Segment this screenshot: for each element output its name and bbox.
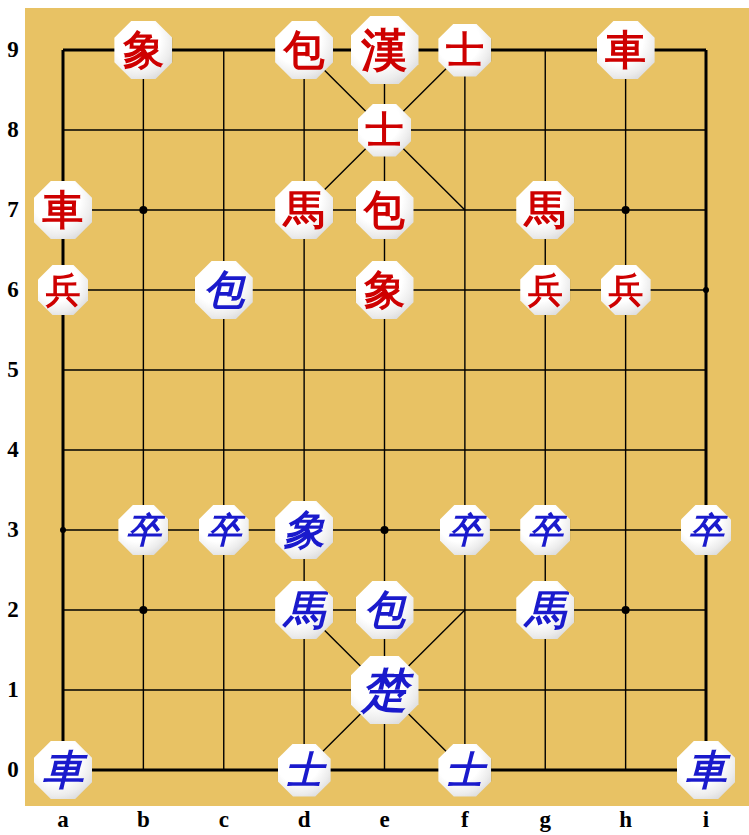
- rank-label-1: 1: [0, 677, 26, 703]
- piece-glyph: 車: [605, 30, 646, 71]
- piece-glyph: 兵: [528, 273, 563, 308]
- piece-red-cannon-d9[interactable]: 包: [275, 21, 333, 79]
- piece-blue-advisor-f0[interactable]: 士: [438, 744, 491, 797]
- piece-blue-pawn-f3[interactable]: 卒: [440, 505, 490, 555]
- rank-label-2: 2: [0, 597, 26, 623]
- piece-glyph: 象: [284, 510, 325, 551]
- file-label-b: b: [127, 806, 159, 834]
- piece-glyph: 馬: [525, 590, 566, 631]
- piece-glyph: 卒: [689, 513, 724, 548]
- file-label-c: c: [208, 806, 240, 834]
- piece-glyph: 士: [366, 111, 404, 149]
- piece-red-cannon-e7[interactable]: 包: [356, 181, 414, 239]
- piece-blue-pawn-b3[interactable]: 卒: [118, 505, 168, 555]
- piece-blue-chariot-a0[interactable]: 車: [34, 741, 92, 799]
- piece-red-pawn-h6[interactable]: 兵: [601, 265, 651, 315]
- rank-label-6: 6: [0, 277, 26, 303]
- piece-glyph: 漢: [362, 27, 408, 73]
- piece-red-chariot-a7[interactable]: 車: [34, 181, 92, 239]
- piece-blue-cannon-c6[interactable]: 包: [195, 261, 253, 319]
- piece-red-pawn-a6[interactable]: 兵: [38, 265, 88, 315]
- piece-red-pawn-g6[interactable]: 兵: [520, 265, 570, 315]
- piece-blue-king-e1[interactable]: 楚: [351, 656, 419, 724]
- rank-label-8: 8: [0, 117, 26, 143]
- piece-glyph: 士: [446, 751, 484, 789]
- piece-glyph: 馬: [525, 190, 566, 231]
- piece-glyph: 包: [284, 30, 325, 71]
- rank-label-3: 3: [0, 517, 26, 543]
- piece-glyph: 卒: [206, 513, 241, 548]
- piece-glyph: 包: [203, 270, 244, 311]
- rank-label-7: 7: [0, 197, 26, 223]
- piece-glyph: 車: [43, 750, 84, 791]
- piece-glyph: 卒: [528, 513, 563, 548]
- janggi-board[interactable]: 9876543210 abcdefghi 象包漢士車士車馬包馬兵包象兵兵卒卒象卒…: [0, 0, 749, 835]
- file-label-i: i: [690, 806, 722, 834]
- file-label-h: h: [610, 806, 642, 834]
- piece-blue-pawn-c3[interactable]: 卒: [199, 505, 249, 555]
- piece-blue-cannon-e2[interactable]: 包: [356, 581, 414, 639]
- file-label-a: a: [47, 806, 79, 834]
- piece-glyph: 車: [43, 190, 84, 231]
- piece-red-advisor-e8[interactable]: 士: [358, 104, 411, 157]
- piece-red-elephant-e6[interactable]: 象: [356, 261, 414, 319]
- piece-blue-elephant-d3[interactable]: 象: [275, 501, 333, 559]
- rank-label-9: 9: [0, 37, 26, 63]
- piece-red-chariot-h9[interactable]: 車: [597, 21, 655, 79]
- piece-red-king-e9[interactable]: 漢: [351, 16, 419, 84]
- piece-glyph: 兵: [46, 273, 81, 308]
- piece-red-horse-g7[interactable]: 馬: [516, 181, 574, 239]
- piece-glyph: 象: [364, 270, 405, 311]
- piece-blue-advisor-d0[interactable]: 士: [278, 744, 331, 797]
- piece-glyph: 包: [364, 190, 405, 231]
- piece-glyph: 士: [446, 31, 484, 69]
- piece-glyph: 卒: [126, 513, 161, 548]
- piece-glyph: 馬: [284, 190, 325, 231]
- rank-label-0: 0: [0, 757, 26, 783]
- piece-glyph: 楚: [362, 667, 408, 713]
- piece-glyph: 包: [364, 590, 405, 631]
- file-label-d: d: [288, 806, 320, 834]
- piece-glyph: 車: [686, 750, 727, 791]
- file-label-f: f: [449, 806, 481, 834]
- piece-blue-pawn-g3[interactable]: 卒: [520, 505, 570, 555]
- rank-label-4: 4: [0, 437, 26, 463]
- piece-glyph: 兵: [608, 273, 643, 308]
- file-label-g: g: [529, 806, 561, 834]
- piece-glyph: 卒: [447, 513, 482, 548]
- piece-glyph: 象: [123, 30, 164, 71]
- file-label-e: e: [369, 806, 401, 834]
- piece-red-horse-d7[interactable]: 馬: [275, 181, 333, 239]
- piece-red-advisor-f9[interactable]: 士: [438, 24, 491, 77]
- piece-glyph: 士: [285, 751, 323, 789]
- rank-label-5: 5: [0, 357, 26, 383]
- piece-blue-pawn-i3[interactable]: 卒: [681, 505, 731, 555]
- piece-blue-horse-d2[interactable]: 馬: [275, 581, 333, 639]
- piece-glyph: 馬: [284, 590, 325, 631]
- piece-blue-chariot-i0[interactable]: 車: [677, 741, 735, 799]
- piece-blue-horse-g2[interactable]: 馬: [516, 581, 574, 639]
- piece-red-elephant-b9[interactable]: 象: [114, 21, 172, 79]
